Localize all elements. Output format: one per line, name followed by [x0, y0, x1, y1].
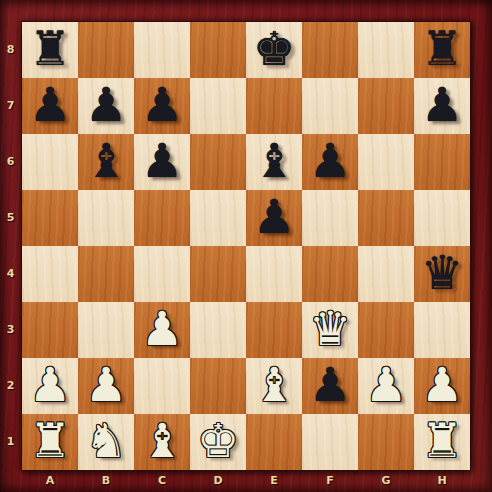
square-h5[interactable] — [414, 190, 470, 246]
piece-white-pawn-b2[interactable]: ♟ — [85, 357, 127, 413]
square-f2[interactable]: ♟ — [302, 358, 358, 414]
square-a7[interactable]: ♟ — [22, 78, 78, 134]
rank-label-2: 2 — [0, 358, 21, 414]
rank-label-7: 7 — [0, 78, 21, 134]
rank-label-6: 6 — [0, 134, 21, 190]
piece-white-rook-a1[interactable]: ♜ — [29, 413, 71, 469]
square-h4[interactable]: ♛ — [414, 246, 470, 302]
square-d7[interactable] — [190, 78, 246, 134]
piece-black-rook-a8[interactable]: ♜ — [29, 21, 71, 77]
square-d4[interactable] — [190, 246, 246, 302]
square-a8[interactable]: ♜ — [22, 22, 78, 78]
square-g7[interactable] — [358, 78, 414, 134]
file-coordinates: ABCDEFGH — [22, 470, 470, 492]
square-e5[interactable]: ♟ — [246, 190, 302, 246]
piece-white-pawn-h2[interactable]: ♟ — [421, 357, 463, 413]
square-f7[interactable] — [302, 78, 358, 134]
square-d6[interactable] — [190, 134, 246, 190]
piece-white-bishop-c1[interactable]: ♝ — [141, 413, 183, 469]
square-g6[interactable] — [358, 134, 414, 190]
file-label-f: F — [302, 470, 358, 492]
square-c1[interactable]: ♝ — [134, 414, 190, 470]
square-g8[interactable] — [358, 22, 414, 78]
piece-black-pawn-b7[interactable]: ♟ — [85, 77, 127, 133]
piece-black-pawn-c6[interactable]: ♟ — [141, 133, 183, 189]
square-f3[interactable]: ♛ — [302, 302, 358, 358]
square-a6[interactable] — [22, 134, 78, 190]
square-e4[interactable] — [246, 246, 302, 302]
square-e2[interactable]: ♝ — [246, 358, 302, 414]
rank-label-3: 3 — [0, 302, 21, 358]
square-c3[interactable]: ♟ — [134, 302, 190, 358]
piece-white-pawn-g2[interactable]: ♟ — [365, 357, 407, 413]
file-label-b: B — [78, 470, 134, 492]
piece-black-pawn-h7[interactable]: ♟ — [421, 77, 463, 133]
square-a4[interactable] — [22, 246, 78, 302]
rank-label-4: 4 — [0, 246, 21, 302]
square-c5[interactable] — [134, 190, 190, 246]
square-c7[interactable]: ♟ — [134, 78, 190, 134]
square-g2[interactable]: ♟ — [358, 358, 414, 414]
square-c4[interactable] — [134, 246, 190, 302]
square-h7[interactable]: ♟ — [414, 78, 470, 134]
square-e1[interactable] — [246, 414, 302, 470]
piece-white-pawn-a2[interactable]: ♟ — [29, 357, 71, 413]
square-e7[interactable] — [246, 78, 302, 134]
square-e3[interactable] — [246, 302, 302, 358]
square-b1[interactable]: ♞ — [78, 414, 134, 470]
square-b3[interactable] — [78, 302, 134, 358]
file-label-c: C — [134, 470, 190, 492]
chess-board-window: ♜♚♜♟♟♟♟♝♟♝♟♟♛♟♛♟♟♝♟♟♟♜♞♝♚♜ 87654321 ABCD… — [0, 0, 492, 492]
square-e8[interactable]: ♚ — [246, 22, 302, 78]
square-f6[interactable]: ♟ — [302, 134, 358, 190]
file-label-e: E — [246, 470, 302, 492]
square-g3[interactable] — [358, 302, 414, 358]
square-a1[interactable]: ♜ — [22, 414, 78, 470]
square-h1[interactable]: ♜ — [414, 414, 470, 470]
piece-black-king-e8[interactable]: ♚ — [253, 21, 295, 77]
piece-black-bishop-b6[interactable]: ♝ — [85, 133, 127, 189]
square-b8[interactable] — [78, 22, 134, 78]
square-a3[interactable] — [22, 302, 78, 358]
square-h6[interactable] — [414, 134, 470, 190]
piece-black-pawn-e5[interactable]: ♟ — [253, 189, 295, 245]
piece-white-rook-h1[interactable]: ♜ — [421, 413, 463, 469]
piece-black-rook-h8[interactable]: ♜ — [421, 21, 463, 77]
square-g5[interactable] — [358, 190, 414, 246]
file-label-d: D — [190, 470, 246, 492]
square-g4[interactable] — [358, 246, 414, 302]
rank-label-8: 8 — [0, 22, 21, 78]
square-d3[interactable] — [190, 302, 246, 358]
square-c8[interactable] — [134, 22, 190, 78]
square-b5[interactable] — [78, 190, 134, 246]
square-e6[interactable]: ♝ — [246, 134, 302, 190]
piece-black-pawn-c7[interactable]: ♟ — [141, 77, 183, 133]
square-d2[interactable] — [190, 358, 246, 414]
piece-black-queen-h4[interactable]: ♛ — [421, 245, 463, 301]
square-c2[interactable] — [134, 358, 190, 414]
square-f4[interactable] — [302, 246, 358, 302]
piece-black-pawn-f2[interactable]: ♟ — [309, 357, 351, 413]
square-b2[interactable]: ♟ — [78, 358, 134, 414]
square-a5[interactable] — [22, 190, 78, 246]
piece-black-bishop-e6[interactable]: ♝ — [253, 133, 295, 189]
square-a2[interactable]: ♟ — [22, 358, 78, 414]
rank-label-5: 5 — [0, 190, 21, 246]
piece-white-queen-f3[interactable]: ♛ — [309, 301, 351, 357]
square-f1[interactable] — [302, 414, 358, 470]
square-f5[interactable] — [302, 190, 358, 246]
square-d1[interactable]: ♚ — [190, 414, 246, 470]
file-label-h: H — [414, 470, 470, 492]
piece-black-pawn-a7[interactable]: ♟ — [29, 77, 71, 133]
piece-white-knight-b1[interactable]: ♞ — [85, 413, 127, 469]
square-d8[interactable] — [190, 22, 246, 78]
square-c6[interactable]: ♟ — [134, 134, 190, 190]
square-b7[interactable]: ♟ — [78, 78, 134, 134]
rank-coordinates: 87654321 — [0, 22, 21, 470]
square-b4[interactable] — [78, 246, 134, 302]
file-label-a: A — [22, 470, 78, 492]
file-label-g: G — [358, 470, 414, 492]
square-b6[interactable]: ♝ — [78, 134, 134, 190]
piece-white-king-d1[interactable]: ♚ — [197, 413, 239, 469]
square-d5[interactable] — [190, 190, 246, 246]
board: ♜♚♜♟♟♟♟♝♟♝♟♟♛♟♛♟♟♝♟♟♟♜♞♝♚♜ — [21, 21, 471, 471]
square-g1[interactable] — [358, 414, 414, 470]
piece-white-bishop-e2[interactable]: ♝ — [253, 357, 295, 413]
square-h3[interactable] — [414, 302, 470, 358]
square-f8[interactable] — [302, 22, 358, 78]
square-h8[interactable]: ♜ — [414, 22, 470, 78]
piece-black-pawn-f6[interactable]: ♟ — [309, 133, 351, 189]
square-h2[interactable]: ♟ — [414, 358, 470, 414]
rank-label-1: 1 — [0, 414, 21, 470]
piece-white-pawn-c3[interactable]: ♟ — [141, 301, 183, 357]
